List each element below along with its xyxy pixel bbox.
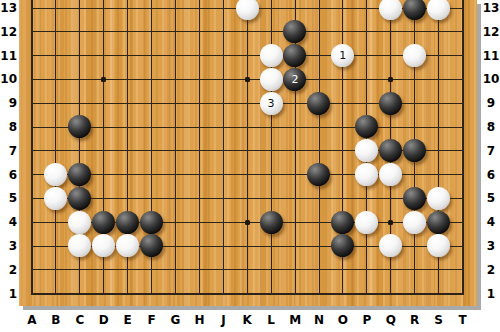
black-stone-f4[interactable] bbox=[140, 211, 163, 234]
white-stone-b5[interactable] bbox=[44, 187, 67, 210]
row-label-right: 1 bbox=[482, 286, 500, 302]
move-number-label: 3 bbox=[268, 98, 275, 109]
white-stone-q13[interactable] bbox=[379, 0, 402, 20]
stones-grid: 123 bbox=[20, 0, 474, 305]
white-stone-e3[interactable] bbox=[116, 234, 139, 257]
white-stone-c3[interactable] bbox=[68, 234, 91, 257]
column-label: C bbox=[75, 312, 84, 328]
white-stone-p6[interactable] bbox=[355, 163, 378, 186]
white-stone-c4[interactable] bbox=[68, 211, 91, 234]
black-stone-s4[interactable] bbox=[427, 211, 450, 234]
white-stone-d3[interactable] bbox=[92, 234, 115, 257]
row-label-right: 12 bbox=[482, 24, 500, 40]
column-label: H bbox=[194, 312, 204, 328]
black-stone-q7[interactable] bbox=[379, 139, 402, 162]
black-stone-r5[interactable] bbox=[403, 187, 426, 210]
black-stone-c8[interactable] bbox=[68, 115, 91, 138]
column-label: E bbox=[124, 312, 132, 328]
row-label-left: 5 bbox=[0, 190, 17, 206]
white-stone-s13[interactable] bbox=[427, 0, 450, 20]
black-stone-n9[interactable] bbox=[307, 92, 330, 115]
row-label-right: 13 bbox=[482, 0, 500, 16]
row-label-left: 6 bbox=[0, 167, 17, 183]
white-stone-q6[interactable] bbox=[379, 163, 402, 186]
row-label-right: 5 bbox=[482, 190, 500, 206]
column-label: F bbox=[147, 312, 155, 328]
white-stone-l9[interactable]: 3 bbox=[260, 92, 283, 115]
column-label: D bbox=[99, 312, 109, 328]
column-label: O bbox=[338, 312, 348, 328]
row-label-left: 7 bbox=[0, 143, 17, 159]
column-label: B bbox=[51, 312, 60, 328]
black-stone-e4[interactable] bbox=[116, 211, 139, 234]
column-label: S bbox=[434, 312, 443, 328]
go-diagram: 123 1313121211111010998877665544332211AB… bbox=[0, 0, 500, 332]
black-stone-o4[interactable] bbox=[331, 211, 354, 234]
column-label: J bbox=[221, 312, 225, 328]
black-stone-c5[interactable] bbox=[68, 187, 91, 210]
black-stone-c6[interactable] bbox=[68, 163, 91, 186]
black-stone-q9[interactable] bbox=[379, 92, 402, 115]
row-label-left: 8 bbox=[0, 119, 17, 135]
black-stone-p8[interactable] bbox=[355, 115, 378, 138]
white-stone-l10[interactable] bbox=[260, 68, 283, 91]
row-label-right: 11 bbox=[482, 48, 500, 64]
black-stone-m11[interactable] bbox=[283, 44, 306, 67]
white-stone-q3[interactable] bbox=[379, 234, 402, 257]
row-label-right: 8 bbox=[482, 119, 500, 135]
row-label-right: 4 bbox=[482, 214, 500, 230]
column-label: M bbox=[289, 312, 301, 328]
row-label-right: 2 bbox=[482, 262, 500, 278]
black-stone-f3[interactable] bbox=[140, 234, 163, 257]
black-stone-l4[interactable] bbox=[260, 211, 283, 234]
row-label-right: 6 bbox=[482, 167, 500, 183]
black-stone-r13[interactable] bbox=[403, 0, 426, 20]
row-label-left: 3 bbox=[0, 238, 17, 254]
move-number-label: 1 bbox=[339, 50, 346, 61]
white-stone-r4[interactable] bbox=[403, 211, 426, 234]
white-stone-s3[interactable] bbox=[427, 234, 450, 257]
row-label-left: 11 bbox=[0, 48, 17, 64]
column-label: R bbox=[410, 312, 419, 328]
row-label-left: 10 bbox=[0, 71, 17, 87]
white-stone-k13[interactable] bbox=[236, 0, 259, 20]
row-label-right: 9 bbox=[482, 95, 500, 111]
column-label: Q bbox=[386, 312, 396, 328]
black-stone-r7[interactable] bbox=[403, 139, 426, 162]
column-label: A bbox=[27, 312, 36, 328]
column-label: G bbox=[171, 312, 181, 328]
column-label: P bbox=[362, 312, 371, 328]
white-stone-p7[interactable] bbox=[355, 139, 378, 162]
black-stone-d4[interactable] bbox=[92, 211, 115, 234]
black-stone-n6[interactable] bbox=[307, 163, 330, 186]
column-label: N bbox=[314, 312, 324, 328]
white-stone-r11[interactable] bbox=[403, 44, 426, 67]
row-label-left: 1 bbox=[0, 286, 17, 302]
row-label-right: 7 bbox=[482, 143, 500, 159]
move-number-label: 2 bbox=[291, 74, 298, 85]
black-stone-o3[interactable] bbox=[331, 234, 354, 257]
row-label-left: 9 bbox=[0, 95, 17, 111]
row-label-left: 13 bbox=[0, 0, 17, 16]
white-stone-p4[interactable] bbox=[355, 211, 378, 234]
column-label: L bbox=[267, 312, 275, 328]
black-stone-m10[interactable]: 2 bbox=[283, 68, 306, 91]
row-label-left: 4 bbox=[0, 214, 17, 230]
white-stone-l11[interactable] bbox=[260, 44, 283, 67]
row-label-left: 12 bbox=[0, 24, 17, 40]
row-label-left: 2 bbox=[0, 262, 17, 278]
white-stone-s5[interactable] bbox=[427, 187, 450, 210]
black-stone-m12[interactable] bbox=[283, 20, 306, 43]
row-label-right: 10 bbox=[482, 71, 500, 87]
column-label: T bbox=[458, 312, 466, 328]
white-stone-b6[interactable] bbox=[44, 163, 67, 186]
column-label: K bbox=[243, 312, 252, 328]
go-board[interactable]: 123 bbox=[19, 0, 477, 306]
white-stone-o11[interactable]: 1 bbox=[331, 44, 354, 67]
row-label-right: 3 bbox=[482, 238, 500, 254]
